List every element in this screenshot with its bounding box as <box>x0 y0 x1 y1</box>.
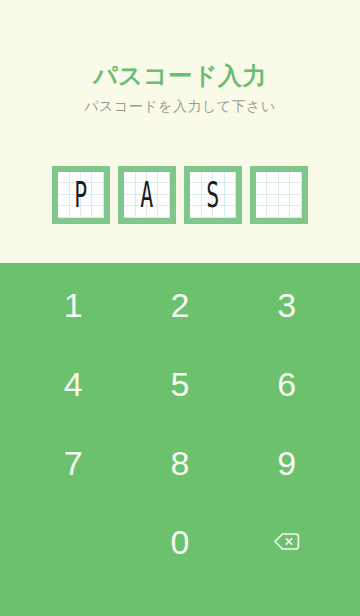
passcode-slot-3-letter: S <box>206 177 219 213</box>
key-4[interactable]: 4 <box>20 344 127 423</box>
key-6[interactable]: 6 <box>233 344 340 423</box>
backspace-icon <box>273 532 300 551</box>
key-7[interactable]: 7 <box>20 423 127 502</box>
backspace-key[interactable] <box>233 502 340 581</box>
passcode-slot-2-letter: A <box>140 177 153 213</box>
keypad-keys: 1 2 3 4 5 6 7 8 9 0 <box>20 265 340 581</box>
keypad: 1 2 3 4 5 6 7 8 9 0 <box>0 263 360 616</box>
passcode-slot-4 <box>250 166 308 224</box>
passcode-slot-2: A <box>118 166 176 224</box>
page-title: パスコード入力 <box>0 62 360 90</box>
header: パスコード入力 パスコードを入力して下さい <box>0 0 360 115</box>
passcode-slots: P A S <box>0 166 360 224</box>
key-5[interactable]: 5 <box>127 344 234 423</box>
key-9[interactable]: 9 <box>233 423 340 502</box>
passcode-slot-1: P <box>52 166 110 224</box>
key-8[interactable]: 8 <box>127 423 234 502</box>
passcode-slot-1-letter: P <box>74 177 87 213</box>
passcode-slot-3: S <box>184 166 242 224</box>
key-3[interactable]: 3 <box>233 265 340 344</box>
key-2[interactable]: 2 <box>127 265 234 344</box>
key-0[interactable]: 0 <box>127 502 234 581</box>
key-empty <box>20 502 127 581</box>
page-subtitle: パスコードを入力して下さい <box>0 97 360 115</box>
key-1[interactable]: 1 <box>20 265 127 344</box>
passcode-screen: パスコード入力 パスコードを入力して下さい P A S 1 2 3 4 5 6 … <box>0 0 360 616</box>
